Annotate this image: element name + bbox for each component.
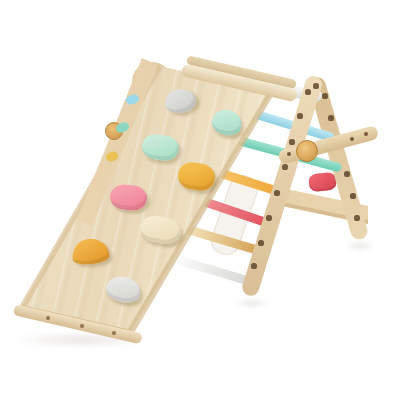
screw-hole	[328, 115, 333, 120]
screw-hole	[112, 331, 115, 334]
screw-hole	[322, 93, 327, 98]
screw-hole	[258, 240, 263, 245]
shadow-back-foot	[343, 241, 377, 251]
screw-hole	[274, 190, 279, 195]
screw-hole	[80, 324, 83, 327]
rung-bottom-white	[169, 253, 251, 285]
screw-hole	[46, 316, 49, 319]
far-climbing-hold-red	[308, 172, 337, 193]
screw-hole	[251, 263, 256, 268]
shadow-front-foot	[232, 298, 272, 308]
screw-hole	[282, 164, 287, 169]
screw-hole	[266, 215, 271, 220]
screw-hole	[344, 171, 349, 176]
screw-hole	[354, 215, 359, 220]
arm-knob	[296, 140, 318, 162]
screw-hole	[289, 139, 294, 144]
screw-hole	[350, 193, 355, 198]
screw-hole	[305, 89, 310, 94]
screw-hole	[313, 83, 318, 88]
screw-hole	[297, 113, 302, 118]
climbing-triangle-product-photo	[0, 0, 400, 400]
